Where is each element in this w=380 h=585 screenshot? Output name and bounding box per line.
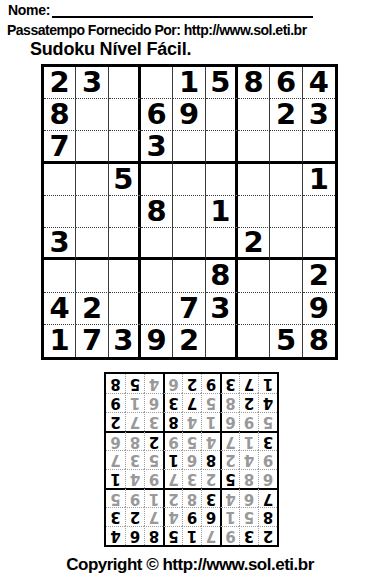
solution-cell-r7c4: 1 — [201, 412, 220, 431]
cell-r2c1: 8 — [44, 99, 76, 131]
solution-cell-r6c4: 4 — [201, 431, 220, 450]
cell-r1c1: 2 — [44, 67, 76, 99]
solution-cell-r9c7: 4 — [144, 374, 163, 393]
solution-cell-r2c9: 3 — [106, 507, 125, 526]
cell-r5c3[interactable] — [109, 196, 141, 228]
cell-r4c2[interactable] — [76, 164, 108, 196]
cell-r7c2[interactable] — [76, 260, 108, 292]
cell-r3c8[interactable] — [270, 131, 302, 163]
cell-r7c6: 8 — [206, 260, 238, 292]
solution-cell-r5c8: 3 — [125, 450, 144, 469]
cell-r5c4: 8 — [141, 196, 173, 228]
solution-cell-r9c1: 1 — [258, 374, 277, 393]
solution-cell-r8c3: 8 — [220, 393, 239, 412]
solution-cell-r9c5: 2 — [182, 374, 201, 393]
solution-cell-r7c1: 5 — [258, 412, 277, 431]
solution-cell-r3c6: 2 — [163, 488, 182, 507]
cell-r6c8[interactable] — [270, 228, 302, 260]
solution-cell-r3c9: 5 — [106, 488, 125, 507]
solution-cell-r8c8: 1 — [125, 393, 144, 412]
cell-r1c6: 5 — [206, 67, 238, 99]
cell-r8c2: 2 — [76, 293, 108, 325]
solution-cell-r3c1: 7 — [258, 488, 277, 507]
solution-cell-r1c8: 6 — [125, 526, 144, 545]
copyright-text: Copyright © http://www.sol.eti.br — [0, 555, 380, 575]
cell-r7c4[interactable] — [141, 260, 173, 292]
solution-cell-r4c4: 2 — [201, 469, 220, 488]
page: Nome: Passatempo Fornecido Por: http://w… — [0, 0, 380, 585]
cell-r7c5[interactable] — [173, 260, 205, 292]
solution-cell-r1c3: 9 — [220, 526, 239, 545]
cell-r8c7[interactable] — [238, 293, 270, 325]
solution-cell-r8c6: 3 — [163, 393, 182, 412]
solution-cell-r6c7: 2 — [144, 431, 163, 450]
solution-cell-r8c2: 2 — [239, 393, 258, 412]
solution-cell-r2c1: 8 — [258, 507, 277, 526]
cell-r1c9: 4 — [303, 67, 335, 99]
solution-cell-r1c1: 2 — [258, 526, 277, 545]
cell-r6c4[interactable] — [141, 228, 173, 260]
cell-r9c5: 2 — [173, 325, 205, 357]
cell-r6c5[interactable] — [173, 228, 205, 260]
cell-r4c4[interactable] — [141, 164, 173, 196]
cell-r6c7: 2 — [238, 228, 270, 260]
cell-r7c9: 2 — [303, 260, 335, 292]
solution-cell-r7c7: 3 — [144, 412, 163, 431]
cell-r6c1: 3 — [44, 228, 76, 260]
solution-cell-r5c2: 4 — [239, 450, 258, 469]
cell-r6c3[interactable] — [109, 228, 141, 260]
cell-r4c3: 5 — [109, 164, 141, 196]
cell-r5c8[interactable] — [270, 196, 302, 228]
solution-cell-r5c3: 2 — [220, 450, 239, 469]
cell-r3c1: 7 — [44, 131, 76, 163]
solution-cell-r9c8: 5 — [125, 374, 144, 393]
cell-r2c7[interactable] — [238, 99, 270, 131]
cell-r8c4[interactable] — [141, 293, 173, 325]
provider-text: Passatempo Fornecido Por: http://www.sol… — [7, 22, 307, 38]
cell-r3c9[interactable] — [303, 131, 335, 163]
solution-cell-r2c5: 9 — [182, 507, 201, 526]
solution-board-rotated: 2397158648516947237643821956852379419428… — [104, 372, 279, 547]
cell-r1c7: 8 — [238, 67, 270, 99]
solution-cell-r7c8: 7 — [125, 412, 144, 431]
cell-r9c8: 5 — [270, 325, 302, 357]
solution-cell-r5c4: 8 — [201, 450, 220, 469]
solution-cell-r6c1: 3 — [258, 431, 277, 450]
cell-r1c8: 6 — [270, 67, 302, 99]
solution-cell-r8c5: 7 — [182, 393, 201, 412]
solution-cell-r2c3: 1 — [220, 507, 239, 526]
solution-cell-r7c2: 9 — [239, 412, 258, 431]
cell-r9c3: 3 — [109, 325, 141, 357]
solution-cell-r6c2: 1 — [239, 431, 258, 450]
cell-r2c9: 3 — [303, 99, 335, 131]
solution-cell-r1c9: 4 — [106, 526, 125, 545]
cell-r1c2: 3 — [76, 67, 108, 99]
solution-cell-r9c6: 6 — [163, 374, 182, 393]
solution-cell-r5c5: 6 — [182, 450, 201, 469]
cell-r7c3[interactable] — [109, 260, 141, 292]
solution-cell-r5c9: 7 — [106, 450, 125, 469]
cell-r4c9: 1 — [303, 164, 335, 196]
solution-cell-r7c9: 2 — [106, 412, 125, 431]
solution-cell-r6c6: 9 — [163, 431, 182, 450]
cell-r5c6: 1 — [206, 196, 238, 228]
solution-cell-r3c7: 1 — [144, 488, 163, 507]
cell-r2c8: 2 — [270, 99, 302, 131]
solution-cell-r3c3: 4 — [220, 488, 239, 507]
solution-cell-r1c2: 3 — [239, 526, 258, 545]
solution-cell-r5c6: 1 — [163, 450, 182, 469]
cell-r8c3[interactable] — [109, 293, 141, 325]
cell-r9c7[interactable] — [238, 325, 270, 357]
solution-cell-r1c6: 5 — [163, 526, 182, 545]
solution-cell-r6c9: 6 — [106, 431, 125, 450]
cell-r2c6[interactable] — [206, 99, 238, 131]
cell-r6c6[interactable] — [206, 228, 238, 260]
cell-r5c7[interactable] — [238, 196, 270, 228]
solution-cell-r2c7: 7 — [144, 507, 163, 526]
solution-cell-r1c4: 7 — [201, 526, 220, 545]
solution-cell-r6c3: 7 — [220, 431, 239, 450]
solution-cell-r2c2: 5 — [239, 507, 258, 526]
solution-cell-r7c3: 6 — [220, 412, 239, 431]
cell-r8c5: 7 — [173, 293, 205, 325]
solution-cell-r8c7: 6 — [144, 393, 163, 412]
cell-r9c2: 7 — [76, 325, 108, 357]
cell-r7c7[interactable] — [238, 260, 270, 292]
solution-cell-r8c1: 4 — [258, 393, 277, 412]
solution-cell-r2c4: 6 — [201, 507, 220, 526]
cell-r3c4: 3 — [141, 131, 173, 163]
cell-r3c5[interactable] — [173, 131, 205, 163]
cell-r7c8[interactable] — [270, 260, 302, 292]
solution-cell-r5c7: 5 — [144, 450, 163, 469]
solution-cell-r3c2: 6 — [239, 488, 258, 507]
cell-r2c2[interactable] — [76, 99, 108, 131]
cell-r9c9: 8 — [303, 325, 335, 357]
solution-cell-r8c4: 5 — [201, 393, 220, 412]
cell-r6c2[interactable] — [76, 228, 108, 260]
solution-cell-r3c4: 3 — [201, 488, 220, 507]
solution-cell-r1c7: 8 — [144, 526, 163, 545]
name-line: Nome: — [8, 2, 313, 18]
cell-r5c9[interactable] — [303, 196, 335, 228]
cell-r1c4[interactable] — [141, 67, 173, 99]
solution-cell-r4c7: 9 — [144, 469, 163, 488]
cell-r2c5: 9 — [173, 99, 205, 131]
solution-cell-r9c4: 9 — [201, 374, 220, 393]
solution-cell-r1c5: 1 — [182, 526, 201, 545]
solution-cell-r3c5: 8 — [182, 488, 201, 507]
name-blank-line — [52, 2, 313, 18]
solution-cell-r4c6: 7 — [163, 469, 182, 488]
cell-r7c1[interactable] — [44, 260, 76, 292]
cell-r8c8[interactable] — [270, 293, 302, 325]
cell-r5c1[interactable] — [44, 196, 76, 228]
solution-cell-r4c9: 1 — [106, 469, 125, 488]
solution-cell-r7c6: 8 — [163, 412, 182, 431]
solution-cell-r4c5: 3 — [182, 469, 201, 488]
page-title: Sudoku Nível Fácil. — [30, 39, 191, 60]
cell-r1c3[interactable] — [109, 67, 141, 99]
solution-cell-r8c9: 9 — [106, 393, 125, 412]
solution-cell-r2c6: 4 — [163, 507, 182, 526]
solution-cell-r6c8: 8 — [125, 431, 144, 450]
name-label: Nome: — [8, 2, 50, 18]
cell-r4c8[interactable] — [270, 164, 302, 196]
solution-cell-r3c8: 9 — [125, 488, 144, 507]
solution-cell-r5c1: 9 — [258, 450, 277, 469]
solution-cell-r2c8: 2 — [125, 507, 144, 526]
cell-r9c6[interactable] — [206, 325, 238, 357]
cell-r8c6: 3 — [206, 293, 238, 325]
cell-r9c4: 9 — [141, 325, 173, 357]
cell-r4c1[interactable] — [44, 164, 76, 196]
cell-r2c3[interactable] — [109, 99, 141, 131]
solution-cell-r9c3: 3 — [220, 374, 239, 393]
solution-cell-r4c2: 8 — [239, 469, 258, 488]
sudoku-board: 2315864869237351813282427391739258 — [41, 64, 338, 360]
cell-r2c4: 6 — [141, 99, 173, 131]
cell-r4c7[interactable] — [238, 164, 270, 196]
cell-r8c9: 9 — [303, 293, 335, 325]
solution-cell-r6c5: 5 — [182, 431, 201, 450]
cell-r3c6[interactable] — [206, 131, 238, 163]
solution-cell-r9c9: 8 — [106, 374, 125, 393]
cell-r9c1: 1 — [44, 325, 76, 357]
cell-r3c3[interactable] — [109, 131, 141, 163]
cell-r4c5[interactable] — [173, 164, 205, 196]
cell-r3c2[interactable] — [76, 131, 108, 163]
cell-r4c6[interactable] — [206, 164, 238, 196]
solution-cell-r9c2: 7 — [239, 374, 258, 393]
cell-r5c5[interactable] — [173, 196, 205, 228]
cell-r6c9[interactable] — [303, 228, 335, 260]
cell-r8c1: 4 — [44, 293, 76, 325]
solution-cell-r4c8: 4 — [125, 469, 144, 488]
cell-r3c7[interactable] — [238, 131, 270, 163]
solution-cell-r7c5: 4 — [182, 412, 201, 431]
solution-cell-r4c3: 5 — [220, 469, 239, 488]
solution-cell-r4c1: 6 — [258, 469, 277, 488]
cell-r5c2[interactable] — [76, 196, 108, 228]
cell-r1c5: 1 — [173, 67, 205, 99]
